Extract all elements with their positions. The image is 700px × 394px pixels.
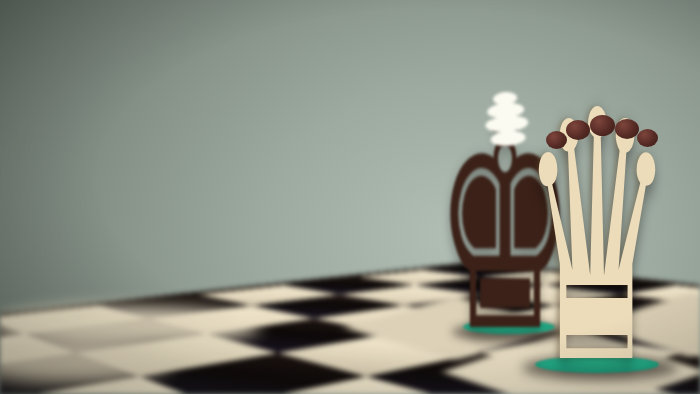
queen-coronet-tip [590,115,615,136]
queen-coronet-tip [566,120,590,140]
queen-coronet-tip [546,131,567,149]
queen-coronet-tip [615,119,639,139]
chess-photo: ♚ ♛ [0,0,700,394]
queen-coronet-tip [637,129,658,147]
white-queen-glyph: ♛ [520,108,675,370]
